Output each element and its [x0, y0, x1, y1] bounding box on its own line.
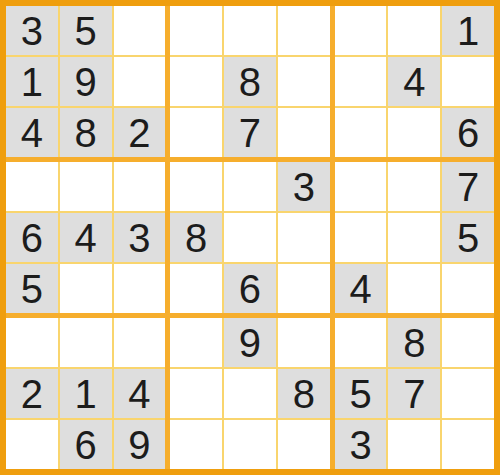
sudoku-cell-r1c4[interactable] [170, 6, 222, 55]
sudoku-cell-r6c4[interactable] [170, 264, 222, 313]
sudoku-box-r1c2: 87 [170, 6, 329, 157]
sudoku-cell-r4c1[interactable] [6, 162, 58, 211]
sudoku-cell-r7c6[interactable] [278, 318, 330, 367]
sudoku-box-r2c1: 6435 [6, 162, 165, 313]
sudoku-cell-r8c7[interactable]: 5 [335, 369, 387, 418]
sudoku-cell-r3c5[interactable]: 7 [224, 108, 276, 157]
sudoku-cell-r4c5[interactable] [224, 162, 276, 211]
sudoku-cell-r6c3[interactable] [114, 264, 166, 313]
sudoku-cell-r7c4[interactable] [170, 318, 222, 367]
sudoku-cell-r2c2[interactable]: 9 [60, 57, 112, 106]
sudoku-cell-r2c5[interactable]: 8 [224, 57, 276, 106]
sudoku-cell-r9c3[interactable]: 9 [114, 420, 166, 469]
sudoku-cell-r3c9[interactable]: 6 [442, 108, 494, 157]
sudoku-cell-r7c7[interactable] [335, 318, 387, 367]
sudoku-board: 351948287146643538675421469988573 [0, 0, 500, 475]
sudoku-cell-r6c9[interactable] [442, 264, 494, 313]
sudoku-cell-r4c8[interactable] [388, 162, 440, 211]
sudoku-cell-r2c1[interactable]: 1 [6, 57, 58, 106]
sudoku-cell-r5c5[interactable] [224, 213, 276, 262]
sudoku-cell-r3c6[interactable] [278, 108, 330, 157]
sudoku-cell-r7c5[interactable]: 9 [224, 318, 276, 367]
sudoku-cell-r9c5[interactable] [224, 420, 276, 469]
sudoku-cell-r2c8[interactable]: 4 [388, 57, 440, 106]
sudoku-cell-r1c8[interactable] [388, 6, 440, 55]
sudoku-cell-r6c8[interactable] [388, 264, 440, 313]
sudoku-cell-r8c1[interactable]: 2 [6, 369, 58, 418]
sudoku-cell-r9c2[interactable]: 6 [60, 420, 112, 469]
sudoku-cell-r3c8[interactable] [388, 108, 440, 157]
sudoku-cell-r7c9[interactable] [442, 318, 494, 367]
sudoku-cell-r7c1[interactable] [6, 318, 58, 367]
sudoku-cell-r8c8[interactable]: 7 [388, 369, 440, 418]
sudoku-cell-r3c3[interactable]: 2 [114, 108, 166, 157]
sudoku-cell-r2c3[interactable] [114, 57, 166, 106]
sudoku-cell-r1c7[interactable] [335, 6, 387, 55]
sudoku-box-r3c1: 21469 [6, 318, 165, 469]
sudoku-cell-r8c2[interactable]: 1 [60, 369, 112, 418]
sudoku-cell-r1c6[interactable] [278, 6, 330, 55]
sudoku-cell-r5c4[interactable]: 8 [170, 213, 222, 262]
sudoku-cell-r4c6[interactable]: 3 [278, 162, 330, 211]
sudoku-cell-r4c2[interactable] [60, 162, 112, 211]
sudoku-cell-r6c7[interactable]: 4 [335, 264, 387, 313]
sudoku-cell-r5c1[interactable]: 6 [6, 213, 58, 262]
sudoku-box-r1c3: 146 [335, 6, 494, 157]
sudoku-cell-r9c1[interactable] [6, 420, 58, 469]
sudoku-cell-r7c8[interactable]: 8 [388, 318, 440, 367]
sudoku-cell-r5c9[interactable]: 5 [442, 213, 494, 262]
sudoku-cell-r3c2[interactable]: 8 [60, 108, 112, 157]
sudoku-cell-r4c3[interactable] [114, 162, 166, 211]
sudoku-cell-r8c9[interactable] [442, 369, 494, 418]
sudoku-cell-r7c2[interactable] [60, 318, 112, 367]
sudoku-box-r2c2: 386 [170, 162, 329, 313]
sudoku-cell-r8c5[interactable] [224, 369, 276, 418]
sudoku-cell-r8c6[interactable]: 8 [278, 369, 330, 418]
sudoku-cell-r2c6[interactable] [278, 57, 330, 106]
sudoku-cell-r3c1[interactable]: 4 [6, 108, 58, 157]
sudoku-cell-r6c1[interactable]: 5 [6, 264, 58, 313]
sudoku-cell-r6c5[interactable]: 6 [224, 264, 276, 313]
sudoku-cell-r9c8[interactable] [388, 420, 440, 469]
sudoku-cell-r2c7[interactable] [335, 57, 387, 106]
sudoku-cell-r5c2[interactable]: 4 [60, 213, 112, 262]
sudoku-box-r2c3: 754 [335, 162, 494, 313]
sudoku-cell-r7c3[interactable] [114, 318, 166, 367]
sudoku-cell-r1c2[interactable]: 5 [60, 6, 112, 55]
sudoku-cell-r1c3[interactable] [114, 6, 166, 55]
sudoku-cell-r2c9[interactable] [442, 57, 494, 106]
sudoku-cell-r4c9[interactable]: 7 [442, 162, 494, 211]
sudoku-cell-r1c9[interactable]: 1 [442, 6, 494, 55]
sudoku-box-r1c1: 3519482 [6, 6, 165, 157]
sudoku-cell-r1c5[interactable] [224, 6, 276, 55]
sudoku-cell-r8c4[interactable] [170, 369, 222, 418]
sudoku-cell-r5c6[interactable] [278, 213, 330, 262]
sudoku-cell-r1c1[interactable]: 3 [6, 6, 58, 55]
sudoku-cell-r5c7[interactable] [335, 213, 387, 262]
sudoku-cell-r3c7[interactable] [335, 108, 387, 157]
sudoku-box-r3c2: 98 [170, 318, 329, 469]
sudoku-cell-r9c7[interactable]: 3 [335, 420, 387, 469]
sudoku-cell-r9c9[interactable] [442, 420, 494, 469]
sudoku-cell-r2c4[interactable] [170, 57, 222, 106]
sudoku-cell-r9c6[interactable] [278, 420, 330, 469]
sudoku-cell-r6c2[interactable] [60, 264, 112, 313]
sudoku-cell-r4c4[interactable] [170, 162, 222, 211]
sudoku-cell-r8c3[interactable]: 4 [114, 369, 166, 418]
sudoku-cell-r6c6[interactable] [278, 264, 330, 313]
sudoku-cell-r5c8[interactable] [388, 213, 440, 262]
sudoku-cell-r9c4[interactable] [170, 420, 222, 469]
sudoku-cell-r3c4[interactable] [170, 108, 222, 157]
sudoku-cell-r4c7[interactable] [335, 162, 387, 211]
sudoku-box-r3c3: 8573 [335, 318, 494, 469]
sudoku-cell-r5c3[interactable]: 3 [114, 213, 166, 262]
